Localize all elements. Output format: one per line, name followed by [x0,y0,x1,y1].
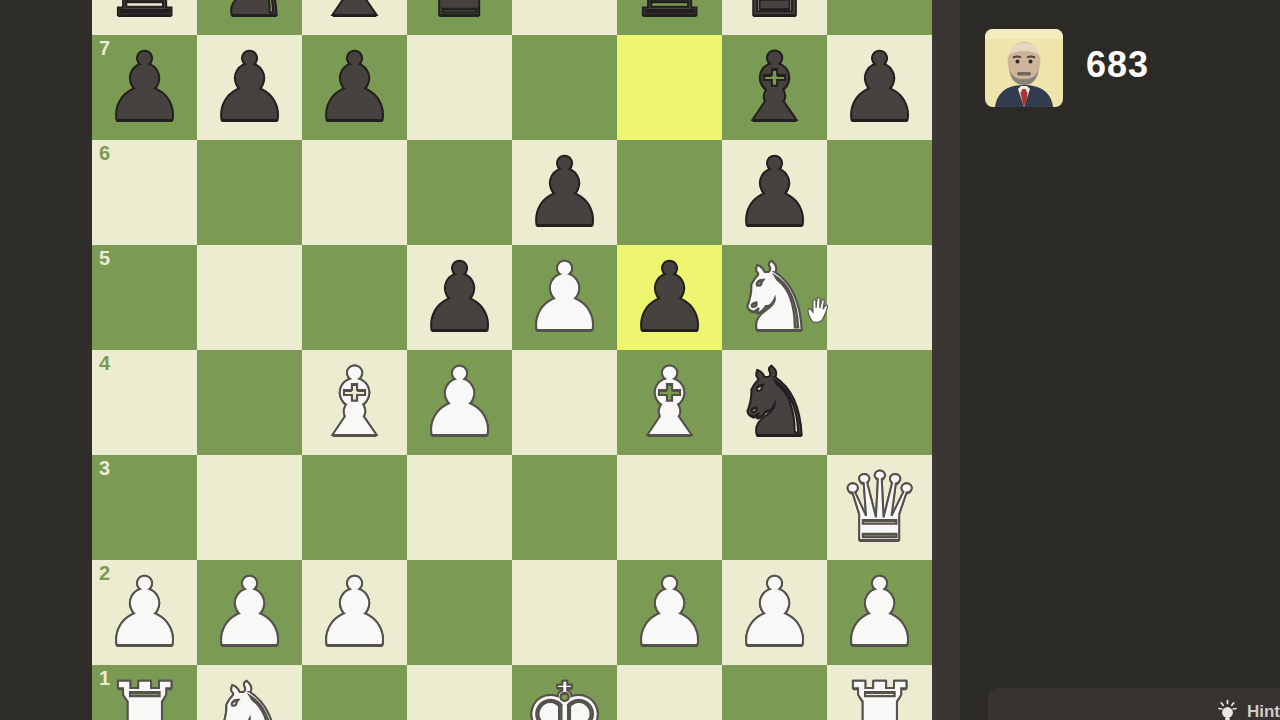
square-c2[interactable]: ♟ [302,560,407,665]
white-pawn[interactable]: ♟ [207,560,292,665]
square-g2[interactable]: ♟ [722,560,827,665]
square-c3[interactable] [302,455,407,560]
square-h6[interactable] [827,140,932,245]
rank-label-2: 2 [99,563,110,583]
white-pawn[interactable]: ♟ [312,560,397,665]
square-g3[interactable] [722,455,827,560]
black-rook[interactable]: ♜ [627,0,712,35]
square-h5[interactable] [827,245,932,350]
white-pawn[interactable]: ♟ [627,560,712,665]
white-pawn[interactable]: ♟ [417,350,502,455]
white-rook[interactable]: ♜ [102,665,187,720]
rank-label-4: 4 [99,353,110,373]
square-a4[interactable]: 4 [92,350,197,455]
square-g6[interactable]: ♟ [722,140,827,245]
white-pawn[interactable]: ♟ [837,560,922,665]
square-f8[interactable]: ♜ [617,0,722,35]
square-f2[interactable]: ♟ [617,560,722,665]
square-a3[interactable]: 3 [92,455,197,560]
hint-label: Hint [1247,702,1280,720]
square-d2[interactable] [407,560,512,665]
square-e8[interactable] [512,0,617,35]
square-e5[interactable]: ♟ [512,245,617,350]
square-d3[interactable] [407,455,512,560]
chess-board: ♜♞♝♛♜♚7♟♟♟♝♟6♟♟5♟♟♟♞4♝♟♝♞3♛2♟♟♟♟♟♟1♜♞♚♜ [92,0,932,720]
square-c4[interactable]: ♝ [302,350,407,455]
square-a7[interactable]: 7♟ [92,35,197,140]
white-bishop[interactable]: ♝ [627,350,712,455]
black-rook[interactable]: ♜ [102,0,187,35]
white-knight[interactable]: ♞ [207,665,292,720]
black-knight[interactable]: ♞ [732,350,817,455]
square-a6[interactable]: 6 [92,140,197,245]
square-e7[interactable] [512,35,617,140]
square-d1[interactable] [407,665,512,720]
square-g1[interactable] [722,665,827,720]
white-knight[interactable]: ♞ [732,245,817,350]
black-pawn[interactable]: ♟ [732,140,817,245]
white-bishop[interactable]: ♝ [312,350,397,455]
square-h2[interactable]: ♟ [827,560,932,665]
white-king[interactable]: ♚ [522,665,607,720]
square-b4[interactable] [197,350,302,455]
opponent-rating: 683 [1086,44,1149,86]
square-e6[interactable]: ♟ [512,140,617,245]
square-c1[interactable] [302,665,407,720]
square-e1[interactable]: ♚ [512,665,617,720]
square-d4[interactable]: ♟ [407,350,512,455]
hand-cursor-icon [806,296,829,328]
square-b1[interactable]: ♞ [197,665,302,720]
square-d8[interactable]: ♛ [407,0,512,35]
white-rook[interactable]: ♜ [837,665,922,720]
rank-label-7: 7 [99,38,110,58]
black-pawn[interactable]: ♟ [837,35,922,140]
square-c7[interactable]: ♟ [302,35,407,140]
square-f6[interactable] [617,140,722,245]
black-pawn[interactable]: ♟ [102,35,187,140]
square-h7[interactable]: ♟ [827,35,932,140]
square-d6[interactable] [407,140,512,245]
square-a5[interactable]: 5 [92,245,197,350]
rank-label-5: 5 [99,248,110,268]
square-f4[interactable]: ♝ [617,350,722,455]
square-c8[interactable]: ♝ [302,0,407,35]
white-pawn[interactable]: ♟ [522,245,607,350]
black-king[interactable]: ♚ [732,0,817,35]
black-pawn[interactable]: ♟ [207,35,292,140]
square-g4[interactable]: ♞ [722,350,827,455]
square-e3[interactable] [512,455,617,560]
white-queen[interactable]: ♛ [837,455,922,560]
square-b7[interactable]: ♟ [197,35,302,140]
rank-label-6: 6 [99,143,110,163]
black-pawn[interactable]: ♟ [312,35,397,140]
black-pawn[interactable]: ♟ [627,245,712,350]
square-b8[interactable]: ♞ [197,0,302,35]
square-g8[interactable]: ♚ [722,0,827,35]
black-knight[interactable]: ♞ [207,0,292,35]
square-d5[interactable]: ♟ [407,245,512,350]
square-c6[interactable] [302,140,407,245]
board-right-gutter [932,0,960,720]
square-b3[interactable] [197,455,302,560]
square-d7[interactable] [407,35,512,140]
square-g7[interactable]: ♝ [722,35,827,140]
black-bishop[interactable]: ♝ [312,0,397,35]
sidebar [960,0,1280,720]
square-e2[interactable] [512,560,617,665]
square-b2[interactable]: ♟ [197,560,302,665]
square-h1[interactable]: ♜ [827,665,932,720]
square-f5[interactable]: ♟ [617,245,722,350]
black-pawn[interactable]: ♟ [522,140,607,245]
square-a1[interactable]: 1♜ [92,665,197,720]
rank-label-1: 1 [99,668,110,688]
opponent-avatar[interactable] [985,29,1063,107]
square-h4[interactable] [827,350,932,455]
square-f3[interactable] [617,455,722,560]
square-a8[interactable]: ♜ [92,0,197,35]
hint-button[interactable]: Hint [988,688,1280,720]
square-f1[interactable] [617,665,722,720]
square-h8[interactable] [827,0,932,35]
black-queen[interactable]: ♛ [417,0,502,35]
rank-label-3: 3 [99,458,110,478]
lightbulb-icon [1217,699,1238,720]
white-pawn[interactable]: ♟ [732,560,817,665]
square-a2[interactable]: 2♟ [92,560,197,665]
square-f7[interactable] [617,35,722,140]
black-pawn[interactable]: ♟ [417,245,502,350]
square-b5[interactable] [197,245,302,350]
black-bishop[interactable]: ♝ [732,35,817,140]
square-e4[interactable] [512,350,617,455]
white-pawn[interactable]: ♟ [102,560,187,665]
square-c5[interactable] [302,245,407,350]
square-b6[interactable] [197,140,302,245]
square-h3[interactable]: ♛ [827,455,932,560]
